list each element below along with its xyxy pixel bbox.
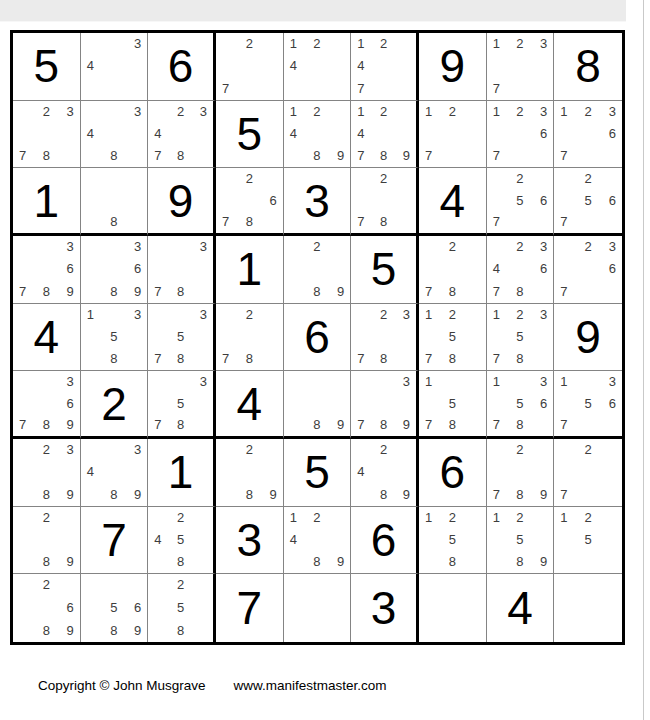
cell-r6c7[interactable]: 1578 xyxy=(419,371,487,439)
cell-r5c8[interactable]: 123578 xyxy=(487,304,555,372)
candidate-grid: 2567 xyxy=(554,168,622,233)
cell-r7c4[interactable]: 289 xyxy=(216,439,284,507)
candidate-grid: 12367 xyxy=(554,101,622,168)
candidate-grid: 289 xyxy=(284,236,351,303)
candidate-8: 8 xyxy=(110,285,117,298)
cell-r7c6[interactable]: 2489 xyxy=(351,439,419,507)
candidate-2: 2 xyxy=(246,172,253,185)
candidate-grid: 2489 xyxy=(351,439,416,506)
candidate-3: 3 xyxy=(66,443,73,456)
candidate-grid: 2367 xyxy=(554,236,622,303)
cell-r8c7[interactable]: 1258 xyxy=(419,507,487,575)
candidate-8: 8 xyxy=(380,488,387,501)
candidate-grid: 124 xyxy=(284,33,351,100)
cell-r8c2[interactable]: 7 xyxy=(81,507,149,575)
cell-r7c2[interactable]: 3489 xyxy=(81,439,149,507)
candidate-4: 4 xyxy=(357,59,364,72)
candidate-2: 2 xyxy=(516,511,523,524)
candidate-2: 2 xyxy=(313,37,320,50)
candidate-2: 2 xyxy=(449,240,456,253)
candidate-9: 9 xyxy=(134,285,141,298)
candidate-7: 7 xyxy=(425,352,432,365)
given-digit: 3 xyxy=(371,585,397,631)
candidate-grid: 278 xyxy=(216,304,283,371)
cell-r2c5[interactable]: 12489 xyxy=(284,101,352,169)
candidate-7: 7 xyxy=(560,215,567,228)
candidate-2: 2 xyxy=(516,37,523,50)
candidate-2: 2 xyxy=(43,105,50,118)
candidate-grid: 1578 xyxy=(419,371,486,436)
candidate-grid xyxy=(284,574,351,642)
cell-r3c1[interactable]: 1 xyxy=(13,168,81,236)
cell-r8c4[interactable]: 3 xyxy=(216,507,284,575)
candidate-1: 1 xyxy=(425,511,432,524)
candidate-8: 8 xyxy=(380,418,387,431)
cell-r8c1[interactable]: 289 xyxy=(13,507,81,575)
candidate-5: 5 xyxy=(516,397,523,410)
cell-r1c5[interactable]: 124 xyxy=(284,33,352,101)
candidate-9: 9 xyxy=(134,624,141,637)
cell-r7c7[interactable]: 6 xyxy=(419,439,487,507)
given-digit: 3 xyxy=(304,178,330,224)
candidate-grid: 5689 xyxy=(81,574,148,642)
given-digit: 5 xyxy=(34,43,60,89)
given-digit: 1 xyxy=(168,449,194,495)
cell-r2c3[interactable]: 23478 xyxy=(148,101,216,169)
candidate-7: 7 xyxy=(222,352,229,365)
candidate-6: 6 xyxy=(66,397,73,410)
cell-r2c6[interactable]: 124789 xyxy=(351,101,419,169)
cell-r1c1[interactable]: 5 xyxy=(13,33,81,101)
candidate-7: 7 xyxy=(357,215,364,228)
candidate-2: 2 xyxy=(516,308,523,321)
candidate-7: 7 xyxy=(19,149,26,162)
cell-r6c6[interactable]: 3789 xyxy=(351,371,419,439)
candidate-8: 8 xyxy=(313,149,320,162)
candidate-8: 8 xyxy=(177,624,184,637)
cell-r3c6[interactable]: 278 xyxy=(351,168,419,236)
cell-r7c1[interactable]: 2389 xyxy=(13,439,81,507)
candidate-grid: 89 xyxy=(284,371,351,436)
candidate-1: 1 xyxy=(87,308,94,321)
cell-r1c3[interactable]: 6 xyxy=(148,33,216,101)
candidate-8: 8 xyxy=(313,418,320,431)
page: 5346271241247912378237834823478512489124… xyxy=(0,0,650,720)
candidate-7: 7 xyxy=(493,352,500,365)
cell-r8c9[interactable]: 125 xyxy=(554,507,622,575)
cell-r6c2[interactable]: 2 xyxy=(81,371,149,439)
candidate-6: 6 xyxy=(269,194,276,207)
cell-r1c6[interactable]: 1247 xyxy=(351,33,419,101)
candidate-2: 2 xyxy=(380,172,387,185)
cell-r3c9[interactable]: 2567 xyxy=(554,168,622,236)
candidate-7: 7 xyxy=(493,418,500,431)
candidate-9: 9 xyxy=(540,488,547,501)
candidate-grid: 127 xyxy=(419,101,486,168)
candidate-grid: 124789 xyxy=(351,101,416,168)
candidate-4: 4 xyxy=(290,59,297,72)
cell-r3c5[interactable]: 3 xyxy=(284,168,352,236)
candidate-9: 9 xyxy=(337,555,344,568)
candidate-2: 2 xyxy=(380,443,387,456)
cell-r1c8[interactable]: 1237 xyxy=(487,33,555,101)
candidate-grid: 3489 xyxy=(81,439,148,506)
candidate-3: 3 xyxy=(66,105,73,118)
top-bar xyxy=(0,0,626,22)
given-digit: 3 xyxy=(237,517,263,563)
candidate-4: 4 xyxy=(87,465,94,478)
copyright-text: Copyright © John Musgrave xyxy=(38,678,206,693)
candidate-2: 2 xyxy=(516,105,523,118)
candidate-1: 1 xyxy=(290,37,297,50)
cell-r7c5[interactable]: 5 xyxy=(284,439,352,507)
candidate-9: 9 xyxy=(540,555,547,568)
candidate-5: 5 xyxy=(449,397,456,410)
candidate-1: 1 xyxy=(290,105,297,118)
candidate-7: 7 xyxy=(560,285,567,298)
candidate-grid: 2678 xyxy=(216,168,283,233)
candidate-8: 8 xyxy=(449,352,456,365)
candidate-grid: 34 xyxy=(81,33,148,100)
cell-r4c1[interactable]: 36789 xyxy=(13,236,81,304)
candidate-grid: 27 xyxy=(554,439,622,506)
candidate-grid: 13567 xyxy=(554,371,622,436)
candidate-9: 9 xyxy=(337,149,344,162)
candidate-grid: 2378 xyxy=(351,304,416,371)
candidate-9: 9 xyxy=(66,488,73,501)
candidate-1: 1 xyxy=(357,105,364,118)
candidate-grid: 12489 xyxy=(284,507,351,574)
cell-r8c3[interactable]: 2458 xyxy=(148,507,216,575)
candidate-8: 8 xyxy=(43,418,50,431)
cell-r4c8[interactable]: 234678 xyxy=(487,236,555,304)
cell-r9c9[interactable] xyxy=(554,574,622,642)
candidate-8: 8 xyxy=(380,215,387,228)
cell-r2c7[interactable]: 127 xyxy=(419,101,487,169)
cell-r9c7[interactable] xyxy=(419,574,487,642)
candidate-grid: 23478 xyxy=(148,101,213,168)
candidate-8: 8 xyxy=(43,149,50,162)
candidate-6: 6 xyxy=(66,601,73,614)
cell-r2c9[interactable]: 12367 xyxy=(554,101,622,169)
candidate-6: 6 xyxy=(66,262,73,275)
given-digit: 9 xyxy=(575,314,601,360)
candidate-2: 2 xyxy=(43,443,50,456)
given-digit: 9 xyxy=(440,43,466,89)
cell-r4c5[interactable]: 289 xyxy=(284,236,352,304)
cell-r4c4[interactable]: 1 xyxy=(216,236,284,304)
candidate-4: 4 xyxy=(290,533,297,546)
cell-r6c4[interactable]: 4 xyxy=(216,371,284,439)
cell-r5c9[interactable]: 9 xyxy=(554,304,622,372)
cell-r1c7[interactable]: 9 xyxy=(419,33,487,101)
candidate-2: 2 xyxy=(585,172,592,185)
cell-r3c4[interactable]: 2678 xyxy=(216,168,284,236)
cell-r6c9[interactable]: 13567 xyxy=(554,371,622,439)
cell-r9c3[interactable]: 258 xyxy=(148,574,216,642)
given-digit: 6 xyxy=(371,517,397,563)
candidate-9: 9 xyxy=(337,285,344,298)
candidate-2: 2 xyxy=(585,105,592,118)
candidate-2: 2 xyxy=(246,308,253,321)
candidate-8: 8 xyxy=(110,488,117,501)
cell-r4c2[interactable]: 3689 xyxy=(81,236,149,304)
candidate-7: 7 xyxy=(154,285,161,298)
candidate-6: 6 xyxy=(540,127,547,140)
candidate-2: 2 xyxy=(449,105,456,118)
candidate-1: 1 xyxy=(493,105,500,118)
cell-r3c7[interactable]: 4 xyxy=(419,168,487,236)
given-digit: 7 xyxy=(237,585,263,631)
candidate-7: 7 xyxy=(560,488,567,501)
candidate-8: 8 xyxy=(177,555,184,568)
candidate-3: 3 xyxy=(609,105,616,118)
candidate-2: 2 xyxy=(380,105,387,118)
candidate-7: 7 xyxy=(493,488,500,501)
candidate-9: 9 xyxy=(66,285,73,298)
candidate-8: 8 xyxy=(110,215,117,228)
candidate-grid: 8 xyxy=(81,168,148,233)
cell-r5c3[interactable]: 3578 xyxy=(148,304,216,372)
candidate-5: 5 xyxy=(585,533,592,546)
cell-r6c3[interactable]: 3578 xyxy=(148,371,216,439)
candidate-1: 1 xyxy=(425,105,432,118)
candidate-grid: 1258 xyxy=(419,507,486,574)
cell-r9c1[interactable]: 2689 xyxy=(13,574,81,642)
candidate-8: 8 xyxy=(449,285,456,298)
candidate-2: 2 xyxy=(43,511,50,524)
candidate-grid: 278 xyxy=(419,236,486,303)
candidate-6: 6 xyxy=(609,194,616,207)
candidate-8: 8 xyxy=(449,418,456,431)
candidate-2: 2 xyxy=(177,578,184,591)
candidate-8: 8 xyxy=(110,352,117,365)
cell-r8c8[interactable]: 12589 xyxy=(487,507,555,575)
candidate-5: 5 xyxy=(516,194,523,207)
candidate-4: 4 xyxy=(493,262,500,275)
candidate-2: 2 xyxy=(585,443,592,456)
cell-r9c5[interactable] xyxy=(284,574,352,642)
candidate-8: 8 xyxy=(449,555,456,568)
candidate-grid: 378 xyxy=(148,236,213,303)
candidate-grid: 1247 xyxy=(351,33,416,100)
candidate-4: 4 xyxy=(154,127,161,140)
given-digit: 4 xyxy=(440,178,466,224)
cell-r9c4[interactable]: 7 xyxy=(216,574,284,642)
candidate-7: 7 xyxy=(425,149,432,162)
candidate-3: 3 xyxy=(200,375,207,388)
cell-r7c3[interactable]: 1 xyxy=(148,439,216,507)
cell-r2c1[interactable]: 2378 xyxy=(13,101,81,169)
candidate-8: 8 xyxy=(177,352,184,365)
candidate-1: 1 xyxy=(493,511,500,524)
candidate-5: 5 xyxy=(177,601,184,614)
candidate-grid: 278 xyxy=(351,168,416,233)
candidate-9: 9 xyxy=(337,418,344,431)
candidate-8: 8 xyxy=(516,488,523,501)
candidate-7: 7 xyxy=(560,418,567,431)
candidate-7: 7 xyxy=(154,149,161,162)
candidate-8: 8 xyxy=(380,149,387,162)
cell-r3c2[interactable]: 8 xyxy=(81,168,149,236)
candidate-8: 8 xyxy=(516,555,523,568)
candidate-2: 2 xyxy=(43,578,50,591)
cell-r7c9[interactable]: 27 xyxy=(554,439,622,507)
candidate-1: 1 xyxy=(425,375,432,388)
cell-r4c6[interactable]: 5 xyxy=(351,236,419,304)
candidate-3: 3 xyxy=(134,37,141,50)
cell-r6c5[interactable]: 89 xyxy=(284,371,352,439)
candidate-5: 5 xyxy=(449,533,456,546)
given-digit: 1 xyxy=(34,178,60,224)
cell-r1c2[interactable]: 34 xyxy=(81,33,149,101)
candidate-5: 5 xyxy=(110,601,117,614)
cell-r4c7[interactable]: 278 xyxy=(419,236,487,304)
candidate-8: 8 xyxy=(110,624,117,637)
candidate-9: 9 xyxy=(403,149,410,162)
given-digit: 6 xyxy=(304,314,330,360)
given-digit: 8 xyxy=(575,43,601,89)
sudoku-board: 5346271241247912378237834823478512489124… xyxy=(10,30,625,645)
candidate-7: 7 xyxy=(357,418,364,431)
candidate-grid: 1358 xyxy=(81,304,148,371)
candidate-7: 7 xyxy=(357,352,364,365)
candidate-6: 6 xyxy=(609,397,616,410)
candidate-2: 2 xyxy=(516,443,523,456)
candidate-grid: 36789 xyxy=(13,236,80,303)
candidate-6: 6 xyxy=(134,262,141,275)
cell-r9c2[interactable]: 5689 xyxy=(81,574,149,642)
candidate-7: 7 xyxy=(19,285,26,298)
cell-r5c7[interactable]: 12578 xyxy=(419,304,487,372)
candidate-9: 9 xyxy=(403,488,410,501)
candidate-4: 4 xyxy=(87,59,94,72)
given-digit: 2 xyxy=(101,381,127,427)
cell-r2c4[interactable]: 5 xyxy=(216,101,284,169)
candidate-3: 3 xyxy=(540,240,547,253)
candidate-2: 2 xyxy=(449,511,456,524)
candidate-grid: 12589 xyxy=(487,507,554,574)
candidate-2: 2 xyxy=(246,37,253,50)
candidate-1: 1 xyxy=(560,105,567,118)
candidate-grid: 3578 xyxy=(148,371,213,436)
candidate-grid: 12489 xyxy=(284,101,351,168)
candidate-7: 7 xyxy=(493,285,500,298)
candidate-3: 3 xyxy=(540,37,547,50)
candidate-1: 1 xyxy=(290,511,297,524)
candidate-3: 3 xyxy=(540,308,547,321)
candidate-grid: 135678 xyxy=(487,371,554,436)
cell-r5c1[interactable]: 4 xyxy=(13,304,81,372)
given-digit: 5 xyxy=(371,246,397,292)
candidate-4: 4 xyxy=(87,127,94,140)
candidate-3: 3 xyxy=(134,105,141,118)
candidate-2: 2 xyxy=(177,105,184,118)
candidate-grid: 12578 xyxy=(419,304,486,371)
candidate-8: 8 xyxy=(177,285,184,298)
candidate-5: 5 xyxy=(516,330,523,343)
candidate-grid: 125 xyxy=(554,507,622,574)
given-digit: 7 xyxy=(101,517,127,563)
candidate-3: 3 xyxy=(540,105,547,118)
candidate-2: 2 xyxy=(585,511,592,524)
website-link[interactable]: www.manifestmaster.com xyxy=(234,678,387,693)
candidate-grid: 3789 xyxy=(351,371,416,436)
cell-r4c3[interactable]: 378 xyxy=(148,236,216,304)
candidate-grid: 1237 xyxy=(487,33,554,100)
candidate-7: 7 xyxy=(493,82,500,95)
candidate-8: 8 xyxy=(43,555,50,568)
cell-r5c5[interactable]: 6 xyxy=(284,304,352,372)
candidate-8: 8 xyxy=(380,352,387,365)
candidate-8: 8 xyxy=(516,285,523,298)
cell-r5c2[interactable]: 1358 xyxy=(81,304,149,372)
candidate-8: 8 xyxy=(246,352,253,365)
candidate-9: 9 xyxy=(66,555,73,568)
cell-r7c8[interactable]: 2789 xyxy=(487,439,555,507)
cell-r8c5[interactable]: 12489 xyxy=(284,507,352,575)
candidate-grid: 2789 xyxy=(487,439,554,506)
candidate-6: 6 xyxy=(609,127,616,140)
cell-r2c2[interactable]: 348 xyxy=(81,101,149,169)
given-digit: 6 xyxy=(168,43,194,89)
candidate-9: 9 xyxy=(403,418,410,431)
footer: Copyright © John Musgrave www.manifestma… xyxy=(38,678,387,693)
candidate-5: 5 xyxy=(585,194,592,207)
cell-r1c9[interactable]: 8 xyxy=(554,33,622,101)
given-digit: 5 xyxy=(237,111,263,157)
cell-r3c3[interactable]: 9 xyxy=(148,168,216,236)
candidate-3: 3 xyxy=(403,308,410,321)
candidate-3: 3 xyxy=(66,375,73,388)
candidate-grid: 2689 xyxy=(13,574,80,642)
candidate-grid: 2389 xyxy=(13,439,80,506)
candidate-5: 5 xyxy=(449,330,456,343)
candidate-grid: 27 xyxy=(216,33,283,100)
candidate-6: 6 xyxy=(134,601,141,614)
candidate-3: 3 xyxy=(200,240,207,253)
cell-r6c1[interactable]: 36789 xyxy=(13,371,81,439)
candidate-8: 8 xyxy=(177,149,184,162)
cell-r4c9[interactable]: 2367 xyxy=(554,236,622,304)
cell-r9c6[interactable]: 3 xyxy=(351,574,419,642)
candidate-2: 2 xyxy=(313,240,320,253)
candidate-4: 4 xyxy=(357,127,364,140)
candidate-8: 8 xyxy=(177,418,184,431)
candidate-2: 2 xyxy=(246,443,253,456)
candidate-5: 5 xyxy=(516,533,523,546)
cell-r3c8[interactable]: 2567 xyxy=(487,168,555,236)
candidate-grid: 12367 xyxy=(487,101,554,168)
candidate-7: 7 xyxy=(222,215,229,228)
candidate-2: 2 xyxy=(585,240,592,253)
candidate-1: 1 xyxy=(357,37,364,50)
candidate-grid: 289 xyxy=(216,439,283,506)
candidate-7: 7 xyxy=(425,285,432,298)
cell-r5c4[interactable]: 278 xyxy=(216,304,284,372)
cell-r2c8[interactable]: 12367 xyxy=(487,101,555,169)
cell-r1c4[interactable]: 27 xyxy=(216,33,284,101)
given-digit: 4 xyxy=(507,585,533,631)
candidate-3: 3 xyxy=(200,105,207,118)
cell-r6c8[interactable]: 135678 xyxy=(487,371,555,439)
candidate-9: 9 xyxy=(134,488,141,501)
cell-r9c8[interactable]: 4 xyxy=(487,574,555,642)
cell-r8c6[interactable]: 6 xyxy=(351,507,419,575)
candidate-2: 2 xyxy=(380,37,387,50)
cell-r5c6[interactable]: 2378 xyxy=(351,304,419,372)
given-digit: 6 xyxy=(440,449,466,495)
